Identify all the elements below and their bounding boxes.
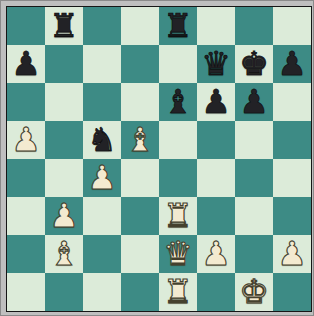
square-f6[interactable]: ♟ <box>197 83 235 121</box>
square-a5[interactable]: ♟ <box>7 121 45 159</box>
square-c5[interactable]: ♞ <box>83 121 121 159</box>
square-f2[interactable]: ♟ <box>197 235 235 273</box>
square-h4[interactable] <box>273 159 311 197</box>
piece-white-bishop[interactable]: ♝ <box>125 121 155 159</box>
piece-white-rook[interactable]: ♜ <box>163 197 193 235</box>
square-f8[interactable] <box>197 7 235 45</box>
square-d2[interactable] <box>121 235 159 273</box>
piece-black-pawn[interactable]: ♟ <box>277 45 307 83</box>
piece-white-rook[interactable]: ♜ <box>163 273 193 311</box>
square-c1[interactable] <box>83 273 121 311</box>
square-e2[interactable]: ♛ <box>159 235 197 273</box>
square-a8[interactable] <box>7 7 45 45</box>
square-b1[interactable] <box>45 273 83 311</box>
square-c6[interactable] <box>83 83 121 121</box>
square-e1[interactable]: ♜ <box>159 273 197 311</box>
piece-white-pawn[interactable]: ♟ <box>49 197 79 235</box>
square-h8[interactable] <box>273 7 311 45</box>
square-d7[interactable] <box>121 45 159 83</box>
square-b2[interactable]: ♝ <box>45 235 83 273</box>
square-d5[interactable]: ♝ <box>121 121 159 159</box>
square-h6[interactable] <box>273 83 311 121</box>
piece-white-pawn[interactable]: ♟ <box>277 235 307 273</box>
square-g2[interactable] <box>235 235 273 273</box>
square-e8[interactable]: ♜ <box>159 7 197 45</box>
piece-white-pawn[interactable]: ♟ <box>201 235 231 273</box>
square-b6[interactable] <box>45 83 83 121</box>
square-e4[interactable] <box>159 159 197 197</box>
piece-black-bishop[interactable]: ♝ <box>163 83 193 121</box>
piece-black-king[interactable]: ♚ <box>239 45 269 83</box>
piece-black-knight[interactable]: ♞ <box>87 121 117 159</box>
square-h2[interactable]: ♟ <box>273 235 311 273</box>
square-g4[interactable] <box>235 159 273 197</box>
square-f7[interactable]: ♛ <box>197 45 235 83</box>
square-c4[interactable]: ♟ <box>83 159 121 197</box>
square-h5[interactable] <box>273 121 311 159</box>
square-h7[interactable]: ♟ <box>273 45 311 83</box>
piece-black-queen[interactable]: ♛ <box>201 45 231 83</box>
piece-black-rook[interactable]: ♜ <box>163 7 193 45</box>
square-d8[interactable] <box>121 7 159 45</box>
square-a4[interactable] <box>7 159 45 197</box>
square-d4[interactable] <box>121 159 159 197</box>
piece-white-pawn[interactable]: ♟ <box>87 159 117 197</box>
square-a6[interactable] <box>7 83 45 121</box>
square-h3[interactable] <box>273 197 311 235</box>
piece-black-pawn[interactable]: ♟ <box>11 45 41 83</box>
square-f1[interactable] <box>197 273 235 311</box>
square-e5[interactable] <box>159 121 197 159</box>
piece-black-rook[interactable]: ♜ <box>49 7 79 45</box>
board-frame: ♜♜♟♛♚♟♝♟♟♟♞♝♟♟♜♝♛♟♟♜♚ <box>0 0 314 316</box>
square-a2[interactable] <box>7 235 45 273</box>
square-g5[interactable] <box>235 121 273 159</box>
square-a3[interactable] <box>7 197 45 235</box>
square-d1[interactable] <box>121 273 159 311</box>
square-d6[interactable] <box>121 83 159 121</box>
square-b5[interactable] <box>45 121 83 159</box>
chess-board: ♜♜♟♛♚♟♝♟♟♟♞♝♟♟♜♝♛♟♟♜♚ <box>6 6 312 312</box>
square-f3[interactable] <box>197 197 235 235</box>
square-f5[interactable] <box>197 121 235 159</box>
square-c7[interactable] <box>83 45 121 83</box>
square-a1[interactable] <box>7 273 45 311</box>
piece-white-bishop[interactable]: ♝ <box>49 235 79 273</box>
piece-white-king[interactable]: ♚ <box>239 273 269 311</box>
square-b4[interactable] <box>45 159 83 197</box>
square-c3[interactable] <box>83 197 121 235</box>
square-g8[interactable] <box>235 7 273 45</box>
square-g1[interactable]: ♚ <box>235 273 273 311</box>
piece-black-pawn[interactable]: ♟ <box>201 83 231 121</box>
square-b3[interactable]: ♟ <box>45 197 83 235</box>
square-e3[interactable]: ♜ <box>159 197 197 235</box>
square-c2[interactable] <box>83 235 121 273</box>
square-b7[interactable] <box>45 45 83 83</box>
piece-white-queen[interactable]: ♛ <box>163 235 193 273</box>
square-d3[interactable] <box>121 197 159 235</box>
square-g6[interactable]: ♟ <box>235 83 273 121</box>
piece-white-pawn[interactable]: ♟ <box>11 121 41 159</box>
square-g3[interactable] <box>235 197 273 235</box>
square-e6[interactable]: ♝ <box>159 83 197 121</box>
piece-black-pawn[interactable]: ♟ <box>239 83 269 121</box>
square-g7[interactable]: ♚ <box>235 45 273 83</box>
square-e7[interactable] <box>159 45 197 83</box>
square-f4[interactable] <box>197 159 235 197</box>
square-h1[interactable] <box>273 273 311 311</box>
square-a7[interactable]: ♟ <box>7 45 45 83</box>
square-c8[interactable] <box>83 7 121 45</box>
square-b8[interactable]: ♜ <box>45 7 83 45</box>
